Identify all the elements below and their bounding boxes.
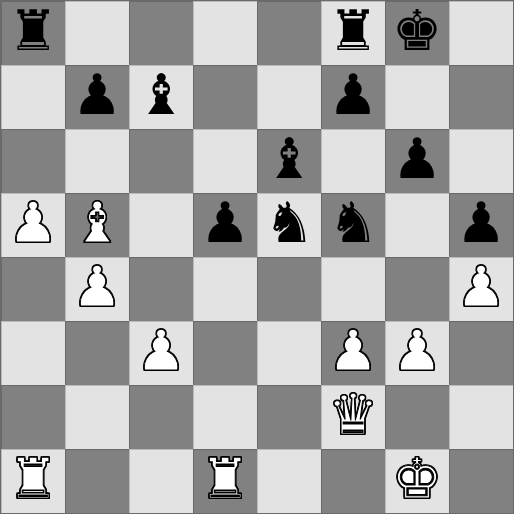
square-h8[interactable]: [449, 1, 513, 65]
square-a3[interactable]: [1, 321, 65, 385]
piece-white-rook[interactable]: ♜: [8, 451, 58, 507]
square-b3[interactable]: [65, 321, 129, 385]
square-c8[interactable]: [129, 1, 193, 65]
square-a8[interactable]: ♜: [1, 1, 65, 65]
square-g5[interactable]: [385, 193, 449, 257]
square-c1[interactable]: [129, 449, 193, 513]
square-a5[interactable]: ♟: [1, 193, 65, 257]
square-g7[interactable]: [385, 65, 449, 129]
square-f4[interactable]: [321, 257, 385, 321]
piece-black-king[interactable]: ♚: [392, 3, 442, 59]
square-f2[interactable]: ♛: [321, 385, 385, 449]
square-a6[interactable]: [1, 129, 65, 193]
square-e7[interactable]: [257, 65, 321, 129]
square-h2[interactable]: [449, 385, 513, 449]
square-f1[interactable]: [321, 449, 385, 513]
square-e2[interactable]: [257, 385, 321, 449]
piece-white-queen[interactable]: ♛: [328, 387, 378, 443]
square-d2[interactable]: [193, 385, 257, 449]
square-h4[interactable]: ♟: [449, 257, 513, 321]
square-h3[interactable]: [449, 321, 513, 385]
square-e3[interactable]: [257, 321, 321, 385]
square-g2[interactable]: [385, 385, 449, 449]
square-a1[interactable]: ♜: [1, 449, 65, 513]
square-g6[interactable]: ♟: [385, 129, 449, 193]
square-f6[interactable]: [321, 129, 385, 193]
piece-white-pawn[interactable]: ♟: [8, 195, 58, 251]
square-b2[interactable]: [65, 385, 129, 449]
square-f8[interactable]: ♜: [321, 1, 385, 65]
square-h1[interactable]: [449, 449, 513, 513]
square-b7[interactable]: ♟: [65, 65, 129, 129]
square-c4[interactable]: [129, 257, 193, 321]
piece-white-king[interactable]: ♚: [392, 451, 442, 507]
square-g1[interactable]: ♚: [385, 449, 449, 513]
piece-black-pawn[interactable]: ♟: [328, 67, 378, 123]
piece-black-pawn[interactable]: ♟: [200, 195, 250, 251]
square-b5[interactable]: ♝: [65, 193, 129, 257]
square-d1[interactable]: ♜: [193, 449, 257, 513]
piece-black-bishop[interactable]: ♝: [264, 131, 314, 187]
piece-black-rook[interactable]: ♜: [328, 3, 378, 59]
square-h5[interactable]: ♟: [449, 193, 513, 257]
piece-black-pawn[interactable]: ♟: [456, 195, 506, 251]
piece-black-rook[interactable]: ♜: [8, 3, 58, 59]
square-d5[interactable]: ♟: [193, 193, 257, 257]
square-f7[interactable]: ♟: [321, 65, 385, 129]
piece-white-pawn[interactable]: ♟: [72, 259, 122, 315]
square-a7[interactable]: [1, 65, 65, 129]
square-e5[interactable]: ♞: [257, 193, 321, 257]
piece-black-knight[interactable]: ♞: [264, 195, 314, 251]
piece-black-pawn[interactable]: ♟: [72, 67, 122, 123]
piece-white-pawn[interactable]: ♟: [456, 259, 506, 315]
square-b8[interactable]: [65, 1, 129, 65]
square-d6[interactable]: [193, 129, 257, 193]
square-e1[interactable]: [257, 449, 321, 513]
piece-black-knight[interactable]: ♞: [328, 195, 378, 251]
square-b1[interactable]: [65, 449, 129, 513]
square-g3[interactable]: ♟: [385, 321, 449, 385]
piece-white-bishop[interactable]: ♝: [72, 195, 122, 251]
square-c5[interactable]: [129, 193, 193, 257]
square-c6[interactable]: [129, 129, 193, 193]
piece-white-pawn[interactable]: ♟: [328, 323, 378, 379]
chess-board: ♜♜♚♟♝♟♝♟♟♝♟♞♞♟♟♟♟♟♟♛♜♜♚: [0, 0, 514, 514]
piece-white-pawn[interactable]: ♟: [392, 323, 442, 379]
square-h7[interactable]: [449, 65, 513, 129]
square-c2[interactable]: [129, 385, 193, 449]
square-d8[interactable]: [193, 1, 257, 65]
piece-white-pawn[interactable]: ♟: [136, 323, 186, 379]
square-f5[interactable]: ♞: [321, 193, 385, 257]
square-c3[interactable]: ♟: [129, 321, 193, 385]
square-f3[interactable]: ♟: [321, 321, 385, 385]
chess-board-container: ♜♜♚♟♝♟♝♟♟♝♟♞♞♟♟♟♟♟♟♛♜♜♚: [0, 0, 514, 514]
square-g4[interactable]: [385, 257, 449, 321]
square-d4[interactable]: [193, 257, 257, 321]
square-h6[interactable]: [449, 129, 513, 193]
square-e4[interactable]: [257, 257, 321, 321]
square-a4[interactable]: [1, 257, 65, 321]
square-g8[interactable]: ♚: [385, 1, 449, 65]
piece-white-rook[interactable]: ♜: [200, 451, 250, 507]
square-d7[interactable]: [193, 65, 257, 129]
square-d3[interactable]: [193, 321, 257, 385]
square-e8[interactable]: [257, 1, 321, 65]
square-b6[interactable]: [65, 129, 129, 193]
piece-black-bishop[interactable]: ♝: [136, 67, 186, 123]
square-c7[interactable]: ♝: [129, 65, 193, 129]
piece-black-pawn[interactable]: ♟: [392, 131, 442, 187]
square-a2[interactable]: [1, 385, 65, 449]
square-e6[interactable]: ♝: [257, 129, 321, 193]
square-b4[interactable]: ♟: [65, 257, 129, 321]
